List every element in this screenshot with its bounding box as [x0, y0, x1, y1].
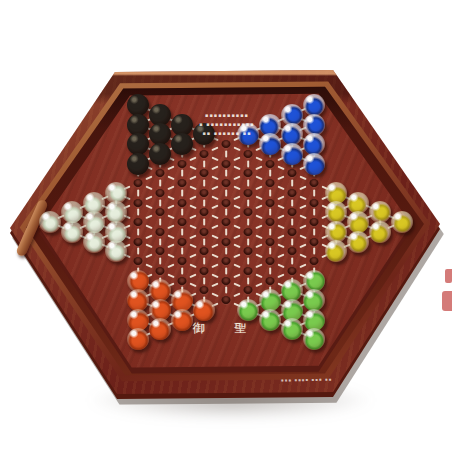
- grid-dash: [299, 224, 306, 229]
- grid-dash: [211, 283, 218, 288]
- grid-dash: [145, 195, 152, 200]
- board-hole[interactable]: [244, 150, 253, 158]
- grid-dash: [277, 176, 284, 181]
- grid-dash: [291, 199, 293, 206]
- marble-yellow[interactable]: [325, 240, 347, 262]
- grid-dash: [167, 254, 174, 259]
- grid-dash: [203, 277, 205, 284]
- grid-dash: [233, 166, 240, 171]
- board-hole[interactable]: [244, 228, 253, 236]
- board-hole[interactable]: [200, 247, 209, 255]
- marble-black[interactable]: [127, 153, 149, 175]
- grid-dash: [211, 166, 218, 171]
- grid-dash: [137, 189, 139, 196]
- grid-dash: [247, 238, 249, 245]
- board-hole[interactable]: [178, 199, 187, 207]
- grid-dash: [313, 228, 315, 235]
- grid-dash: [277, 166, 284, 171]
- board-hole[interactable]: [200, 150, 209, 158]
- board-hole[interactable]: [156, 228, 165, 236]
- board-hole[interactable]: [222, 296, 231, 304]
- grid-dash: [233, 293, 240, 298]
- board-hole[interactable]: [266, 257, 275, 265]
- grid-dash: [189, 195, 196, 200]
- board-hole[interactable]: [222, 179, 231, 187]
- grid-dash: [233, 215, 240, 220]
- board-hole[interactable]: [310, 257, 319, 265]
- grid-dash: [159, 219, 161, 226]
- grid-dash: [299, 185, 306, 190]
- grid-dash: [181, 170, 183, 177]
- board-hole[interactable]: [156, 189, 165, 197]
- marble-yellow[interactable]: [347, 231, 369, 253]
- grid-dash: [203, 258, 205, 265]
- marble-clear[interactable]: [105, 240, 127, 262]
- board-hole[interactable]: [156, 247, 165, 255]
- board-hole[interactable]: [244, 208, 253, 216]
- grid-dash: [225, 228, 227, 235]
- grid-dash: [299, 244, 306, 249]
- board-hole[interactable]: [222, 218, 231, 226]
- grid-dash: [233, 205, 240, 210]
- grid-dash: [225, 248, 227, 255]
- chinese-checkers-photo: ▪▪▪▪▪▪▪▪▪▪ ▪ ▪▪▪▪▪▪▪▪▪▪▪ ▪▪ ▪▪▪▪▪▪ ▪▪ 御 …: [0, 0, 452, 452]
- grid-dash: [181, 248, 183, 255]
- grid-dash: [167, 215, 174, 220]
- grid-dash: [145, 244, 152, 249]
- grid-dash: [233, 273, 240, 278]
- board-hole[interactable]: [266, 199, 275, 207]
- grid-dash: [189, 263, 196, 268]
- marble-blue[interactable]: [303, 153, 325, 175]
- grid-dash: [159, 199, 161, 206]
- grid-dash: [189, 283, 196, 288]
- grid-dash: [277, 263, 284, 268]
- grid-dash: [167, 185, 174, 190]
- grid-dash: [189, 176, 196, 181]
- grid-dash: [233, 185, 240, 190]
- grid-dash: [233, 176, 240, 181]
- grid-dash: [225, 170, 227, 177]
- grid-dash: [255, 215, 262, 220]
- board-hole[interactable]: [178, 257, 187, 265]
- grid-dash: [137, 248, 139, 255]
- board-hole[interactable]: [244, 267, 253, 275]
- board-hole[interactable]: [222, 238, 231, 246]
- grid-dash: [247, 199, 249, 206]
- grid-dash: [277, 205, 284, 210]
- grid-dash: [269, 170, 271, 177]
- grid-dash: [233, 156, 240, 161]
- grid-dash: [145, 205, 152, 210]
- grid-dash: [233, 244, 240, 249]
- board-hole[interactable]: [222, 257, 231, 265]
- grid-dash: [233, 254, 240, 259]
- grid-dash: [211, 263, 218, 268]
- fine-print-line: ▪▪ ▪▪▪▪▪▪ ▪▪: [170, 129, 284, 138]
- grid-dash: [189, 185, 196, 190]
- marble-clear[interactable]: [83, 231, 105, 253]
- board-hole[interactable]: [134, 238, 143, 246]
- rim-print-text: ▪▪▪ ▪▪▪▪ ▪▪▪ ▪▪: [281, 376, 339, 382]
- grid-dash: [247, 180, 249, 187]
- board-hole[interactable]: [178, 277, 187, 285]
- grid-dash: [277, 234, 284, 239]
- grid-dash: [277, 244, 284, 249]
- grid-dash: [269, 209, 271, 216]
- board-hole[interactable]: [310, 179, 319, 187]
- grid-dash: [167, 244, 174, 249]
- red-stamp-fragment: [445, 269, 452, 283]
- board-hole[interactable]: [266, 179, 275, 187]
- grid-dash: [211, 185, 218, 190]
- grid-dash: [181, 209, 183, 216]
- board-hole[interactable]: [134, 199, 143, 207]
- board-hole[interactable]: [200, 228, 209, 236]
- board-hole[interactable]: [244, 286, 253, 294]
- grid-dash: [255, 185, 262, 190]
- grid-dash: [299, 205, 306, 210]
- grid-dash: [159, 238, 161, 245]
- marble-orange[interactable]: [193, 299, 215, 321]
- board-hole[interactable]: [178, 218, 187, 226]
- red-stamp-fragment: [442, 291, 452, 311]
- grid-dash: [203, 180, 205, 187]
- grid-dash: [189, 166, 196, 171]
- grid-dash: [255, 263, 262, 268]
- grid-dash: [225, 267, 227, 274]
- board-hole[interactable]: [222, 277, 231, 285]
- grid-dash: [203, 160, 205, 167]
- board-hole[interactable]: [288, 189, 297, 197]
- board-hole[interactable]: [288, 228, 297, 236]
- marble-black[interactable]: [149, 143, 171, 165]
- grid-dash: [167, 234, 174, 239]
- grid-dash: [291, 238, 293, 245]
- grid-dash: [211, 146, 218, 151]
- grid-dash: [255, 166, 262, 171]
- grid-dash: [145, 254, 152, 259]
- board-hole[interactable]: [266, 238, 275, 246]
- board-hole[interactable]: [178, 238, 187, 246]
- board-hole[interactable]: [134, 218, 143, 226]
- grid-dash: [255, 283, 262, 288]
- grid-dash: [255, 244, 262, 249]
- grid-dash: [211, 273, 218, 278]
- grid-dash: [277, 254, 284, 259]
- marble-clear[interactable]: [39, 211, 61, 233]
- board-hole[interactable]: [178, 160, 187, 168]
- grid-dash: [203, 219, 205, 226]
- grid-dash: [189, 215, 196, 220]
- grid-dash: [233, 146, 240, 151]
- grid-dash: [255, 273, 262, 278]
- grid-dash: [299, 176, 306, 181]
- grid-dash: [167, 176, 174, 181]
- board-hole[interactable]: [222, 160, 231, 168]
- fine-print-line: ▪▪▪▪▪▪▪▪▪▪: [170, 111, 284, 120]
- grid-dash: [159, 180, 161, 187]
- grid-dash: [137, 228, 139, 235]
- grid-dash: [247, 219, 249, 226]
- board-hole[interactable]: [222, 140, 231, 148]
- grid-dash: [211, 176, 218, 181]
- grid-dash: [233, 234, 240, 239]
- board-hole[interactable]: [266, 277, 275, 285]
- grid-dash: [233, 224, 240, 229]
- grid-dash: [145, 215, 152, 220]
- marble-green[interactable]: [237, 299, 259, 321]
- marble-green[interactable]: [303, 328, 325, 350]
- grid-dash: [233, 283, 240, 288]
- grid-dash: [225, 209, 227, 216]
- grid-dash: [247, 258, 249, 265]
- grid-dash: [291, 180, 293, 187]
- grid-dash: [277, 195, 284, 200]
- grid-dash: [277, 273, 284, 278]
- grid-dash: [181, 228, 183, 235]
- grid-dash: [299, 215, 306, 220]
- grid-dash: [299, 195, 306, 200]
- grid-dash: [211, 234, 218, 239]
- grid-dash: [211, 293, 218, 298]
- grid-dash: [299, 234, 306, 239]
- grid-dash: [269, 189, 271, 196]
- grid-dash: [277, 215, 284, 220]
- grid-dash: [299, 254, 306, 259]
- board-hole[interactable]: [156, 208, 165, 216]
- grid-dash: [181, 267, 183, 274]
- grid-dash: [255, 176, 262, 181]
- board-hole[interactable]: [310, 199, 319, 207]
- grid-dash: [189, 273, 196, 278]
- board-hole[interactable]: [288, 169, 297, 177]
- grid-dash: [203, 199, 205, 206]
- grid-dash: [255, 254, 262, 259]
- grid-dash: [137, 209, 139, 216]
- grid-dash: [145, 176, 152, 181]
- grid-dash: [211, 224, 218, 229]
- grid-dash: [233, 263, 240, 268]
- grid-dash: [189, 205, 196, 210]
- grid-dash: [145, 224, 152, 229]
- grid-dash: [189, 244, 196, 249]
- board-hole[interactable]: [200, 267, 209, 275]
- grid-dash: [299, 263, 306, 268]
- grid-dash: [255, 195, 262, 200]
- grid-dash: [211, 205, 218, 210]
- grid-dash: [225, 189, 227, 196]
- grid-dash: [189, 156, 196, 161]
- grid-dash: [313, 209, 315, 216]
- grid-dash: [277, 185, 284, 190]
- grid-dash: [167, 205, 174, 210]
- grid-dash: [291, 219, 293, 226]
- grid-dash: [211, 254, 218, 259]
- grid-dash: [269, 267, 271, 274]
- fine-print-text: ▪▪▪▪▪▪▪▪▪▪ ▪ ▪▪▪▪▪▪▪▪▪▪▪ ▪▪ ▪▪▪▪▪▪ ▪▪: [170, 111, 284, 138]
- grid-dash: [233, 195, 240, 200]
- grid-dash: [313, 189, 315, 196]
- board-hole[interactable]: [178, 179, 187, 187]
- board-hole[interactable]: [266, 160, 275, 168]
- board-hole[interactable]: [288, 267, 297, 275]
- grid-dash: [167, 166, 174, 171]
- board-hole[interactable]: [288, 208, 297, 216]
- grid-dash: [269, 228, 271, 235]
- grid-dash: [247, 277, 249, 284]
- grid-dash: [203, 238, 205, 245]
- grid-dash: [181, 189, 183, 196]
- star-field: [0, 0, 452, 452]
- fine-print-line: ▪ ▪▪▪▪▪▪▪▪▪▪▪: [170, 120, 284, 129]
- board-hole[interactable]: [134, 179, 143, 187]
- board-hole[interactable]: [200, 189, 209, 197]
- board-hole[interactable]: [156, 169, 165, 177]
- board-hole[interactable]: [288, 247, 297, 255]
- grid-dash: [167, 224, 174, 229]
- board-hole[interactable]: [156, 267, 165, 275]
- grid-dash: [255, 205, 262, 210]
- board-hole[interactable]: [200, 169, 209, 177]
- grid-dash: [255, 234, 262, 239]
- grid-dash: [313, 248, 315, 255]
- board-hole[interactable]: [244, 247, 253, 255]
- grid-dash: [189, 254, 196, 259]
- board-hole[interactable]: [266, 218, 275, 226]
- brand-label: 御 聖: [146, 320, 306, 337]
- grid-dash: [189, 234, 196, 239]
- grid-dash: [211, 156, 218, 161]
- grid-dash: [167, 195, 174, 200]
- grid-dash: [145, 185, 152, 190]
- grid-dash: [255, 156, 262, 161]
- board-hole[interactable]: [222, 199, 231, 207]
- board-hole[interactable]: [244, 169, 253, 177]
- grid-dash: [189, 224, 196, 229]
- grid-dash: [159, 258, 161, 265]
- grid-dash: [167, 273, 174, 278]
- grid-dash: [145, 263, 152, 268]
- marble-yellow[interactable]: [369, 221, 391, 243]
- board-hole[interactable]: [134, 257, 143, 265]
- grid-dash: [247, 160, 249, 167]
- grid-dash: [255, 224, 262, 229]
- marble-blue[interactable]: [281, 143, 303, 165]
- grid-dash: [211, 195, 218, 200]
- grid-dash: [291, 258, 293, 265]
- grid-dash: [277, 224, 284, 229]
- grid-dash: [211, 215, 218, 220]
- board-hole[interactable]: [310, 238, 319, 246]
- grid-dash: [225, 150, 227, 157]
- board-hole[interactable]: [310, 218, 319, 226]
- grid-dash: [211, 244, 218, 249]
- grid-dash: [167, 263, 174, 268]
- marble-yellow[interactable]: [391, 211, 413, 233]
- marble-clear[interactable]: [61, 221, 83, 243]
- grid-dash: [145, 234, 152, 239]
- grid-dash: [225, 287, 227, 294]
- board-hole[interactable]: [200, 286, 209, 294]
- board-hole[interactable]: [244, 189, 253, 197]
- grid-dash: [269, 248, 271, 255]
- board-hole[interactable]: [200, 208, 209, 216]
